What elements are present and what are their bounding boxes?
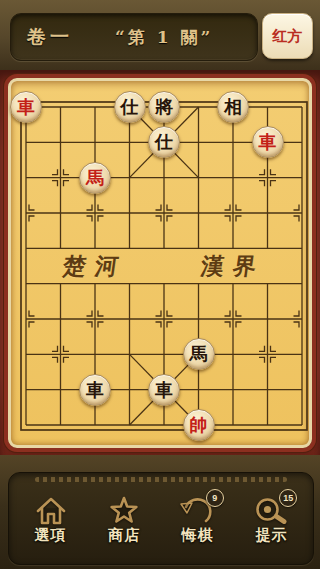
board-area: 楚河 漢界 車仕將相仕車馬馬車車帥 bbox=[0, 70, 320, 455]
pieces-layer: 車仕將相仕車馬馬車車帥 bbox=[9, 89, 320, 442]
toolbar: 選項 商店 9 悔棋 bbox=[8, 472, 314, 565]
xiangqi-board[interactable]: 楚河 漢界 車仕將相仕車馬馬車車帥 bbox=[8, 78, 312, 448]
piece-red-chariot[interactable]: 車 bbox=[252, 126, 284, 158]
piece-black-advisor[interactable]: 仕 bbox=[114, 91, 146, 123]
undo-move-button[interactable]: 9 悔棋 bbox=[166, 492, 230, 545]
piece-black-horse[interactable]: 馬 bbox=[183, 338, 215, 370]
piece-black-general[interactable]: 將 bbox=[148, 91, 180, 123]
piece-black-chariot[interactable]: 車 bbox=[148, 374, 180, 406]
piece-black-chariot[interactable]: 車 bbox=[79, 374, 111, 406]
volume-label: 卷一 bbox=[27, 14, 73, 60]
title-bar: 卷一 “第 1 關” bbox=[10, 13, 258, 61]
piece-red-horse[interactable]: 馬 bbox=[79, 162, 111, 194]
options-button[interactable]: 選項 bbox=[19, 492, 83, 545]
shop-button[interactable]: 商店 bbox=[92, 492, 156, 545]
undo-count-badge: 9 bbox=[206, 489, 224, 507]
shop-star-icon bbox=[106, 493, 142, 529]
level-label: “第 1 關” bbox=[115, 14, 213, 60]
home-icon bbox=[33, 493, 69, 529]
piece-red-chariot[interactable]: 車 bbox=[10, 91, 42, 123]
footer: 選項 商店 9 悔棋 bbox=[0, 455, 320, 569]
piece-black-advisor[interactable]: 仕 bbox=[148, 126, 180, 158]
header: 卷一 “第 1 關” 红方 bbox=[0, 0, 320, 70]
hint-count-badge: 15 bbox=[279, 489, 297, 507]
red-side-button[interactable]: 红方 bbox=[262, 13, 313, 59]
hint-button[interactable]: 15 提示 bbox=[239, 492, 303, 545]
piece-black-elephant[interactable]: 相 bbox=[217, 91, 249, 123]
piece-red-general[interactable]: 帥 bbox=[183, 409, 215, 441]
